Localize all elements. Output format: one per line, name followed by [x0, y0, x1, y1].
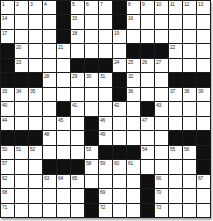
clue-number: 43: [156, 102, 161, 108]
clue-number: 28: [44, 73, 49, 79]
cell-r15c5[interactable]: [57, 204, 70, 217]
cell-r9c10[interactable]: [127, 117, 140, 130]
clue-number: 25: [128, 59, 133, 65]
blocked-cell: [141, 102, 154, 115]
cell-r1c10[interactable]: 8: [127, 1, 140, 14]
blocked-cell: [113, 73, 126, 86]
cell-r3c7[interactable]: [85, 30, 98, 43]
cell-r10c9[interactable]: [113, 131, 126, 144]
cell-r5c15[interactable]: [197, 59, 210, 72]
clue-number: 29: [72, 73, 77, 79]
cell-r13c13[interactable]: [169, 175, 182, 188]
cell-r3c10[interactable]: [127, 30, 140, 43]
cell-r14c13[interactable]: [169, 189, 182, 202]
blocked-cell: [113, 146, 126, 159]
clue-number: 48: [44, 131, 49, 137]
cell-r7c11[interactable]: [141, 88, 154, 101]
cell-r6c4[interactable]: 28: [43, 73, 56, 86]
clue-number: 39: [198, 88, 203, 94]
cell-r1c3[interactable]: 3: [29, 1, 42, 14]
blocked-cell: [15, 73, 28, 86]
cell-r5c4[interactable]: [43, 59, 56, 72]
cell-r12c14[interactable]: [183, 160, 196, 173]
cell-r7c14[interactable]: 38: [183, 88, 196, 101]
cell-r4c6[interactable]: [71, 44, 84, 57]
blocked-cell: [57, 30, 70, 43]
blocked-cell: [29, 73, 42, 86]
cell-r7c13[interactable]: 37: [169, 88, 182, 101]
cell-r8c7[interactable]: [85, 102, 98, 115]
cell-r15c14[interactable]: [183, 204, 196, 217]
blocked-cell: [1, 59, 14, 72]
cell-r8c12[interactable]: 43: [155, 102, 168, 115]
blocked-cell: [57, 160, 70, 173]
clue-number: 34: [16, 88, 21, 94]
cell-r2c13[interactable]: [169, 15, 182, 28]
cell-r8c13[interactable]: [169, 102, 182, 115]
clue-number: 11: [170, 1, 175, 7]
clue-number: 62: [2, 175, 7, 181]
blocked-cell: [141, 175, 154, 188]
clue-number: 65: [72, 175, 77, 181]
cell-r9c11[interactable]: 47: [141, 117, 154, 130]
clue-number: 61: [128, 160, 133, 166]
cell-r7c12[interactable]: [155, 88, 168, 101]
cell-r10c11[interactable]: [141, 131, 154, 144]
cell-r2c12[interactable]: [155, 15, 168, 28]
blocked-cell: [155, 44, 168, 57]
clue-number: 32: [128, 73, 133, 79]
cell-r15c13[interactable]: [169, 204, 182, 217]
clue-number: 4: [44, 1, 46, 7]
cell-r12c10[interactable]: 61: [127, 160, 140, 173]
clue-number: 36: [128, 88, 133, 94]
clue-number: 51: [16, 146, 21, 152]
cell-r3c3[interactable]: [29, 30, 42, 43]
cell-r8c4[interactable]: [43, 102, 56, 115]
cell-r6c12[interactable]: [155, 73, 168, 86]
clue-number: 16: [128, 15, 133, 21]
cell-r5c14[interactable]: [183, 59, 196, 72]
clue-number: 10: [156, 1, 161, 7]
cell-r6c10[interactable]: 32: [127, 73, 140, 86]
cell-r1c15[interactable]: 13: [197, 1, 210, 14]
cell-r11c4[interactable]: [43, 146, 56, 159]
blocked-cell: [113, 88, 126, 101]
cell-r7c7[interactable]: [85, 88, 98, 101]
clue-number: 54: [142, 146, 147, 152]
clue-number: 41: [72, 102, 77, 108]
clue-number: 69: [100, 189, 105, 195]
cell-r9c8[interactable]: 46: [99, 117, 112, 130]
cell-r13c15[interactable]: 67: [197, 175, 210, 188]
cell-r8c2[interactable]: [15, 102, 28, 115]
clue-number: 57: [2, 160, 7, 166]
cell-r12c8[interactable]: 59: [99, 160, 112, 173]
cell-r15c12[interactable]: 73: [155, 204, 168, 217]
cell-r8c3[interactable]: [29, 102, 42, 115]
cell-r4c5[interactable]: 21: [57, 44, 70, 57]
cell-r13c5[interactable]: 64: [57, 175, 70, 188]
cell-r11c14[interactable]: 56: [183, 146, 196, 159]
blocked-cell: [141, 44, 154, 57]
blocked-cell: [29, 131, 42, 144]
cell-r1c1[interactable]: 1: [1, 1, 14, 14]
cell-r2c3[interactable]: [29, 15, 42, 28]
cell-r5c10[interactable]: 25: [127, 59, 140, 72]
cell-r12c1[interactable]: 57: [1, 160, 14, 173]
clue-number: 31: [100, 73, 105, 79]
clue-number: 7: [100, 1, 102, 7]
cell-r11c7[interactable]: 53: [85, 146, 98, 159]
clue-number: 33: [2, 88, 7, 94]
cell-r10c8[interactable]: 49: [99, 131, 112, 144]
cell-r10c4[interactable]: 48: [43, 131, 56, 144]
clue-number: 52: [30, 146, 35, 152]
cell-r8c8[interactable]: [99, 102, 112, 115]
blocked-cell: [57, 102, 70, 115]
clue-number: 40: [2, 102, 7, 108]
cell-r7c5[interactable]: [57, 88, 70, 101]
cell-r11c1[interactable]: 50: [1, 146, 14, 159]
cell-r3c9[interactable]: 19: [113, 30, 126, 43]
cell-r15c2[interactable]: [15, 204, 28, 217]
cell-r5c11[interactable]: 26: [141, 59, 154, 72]
blocked-cell: [15, 131, 28, 144]
blocked-cell: [85, 189, 98, 202]
cell-r13c8[interactable]: [99, 175, 112, 188]
cell-r13c4[interactable]: 63: [43, 175, 56, 188]
cell-r1c11[interactable]: 9: [141, 1, 154, 14]
cell-r6c7[interactable]: 30: [85, 73, 98, 86]
cell-r1c6[interactable]: 5: [71, 1, 84, 14]
clue-number: 3: [30, 1, 32, 7]
cell-r14c10[interactable]: [127, 189, 140, 202]
cell-r4c2[interactable]: 20: [15, 44, 28, 57]
blocked-cell: [169, 131, 182, 144]
cell-r3c15[interactable]: [197, 30, 210, 43]
cell-r14c2[interactable]: [15, 189, 28, 202]
blocked-cell: [169, 73, 182, 86]
blocked-cell: [99, 146, 112, 159]
cell-r9c13[interactable]: [169, 117, 182, 130]
cell-r4c8[interactable]: [99, 44, 112, 57]
cell-r7c4[interactable]: [43, 88, 56, 101]
blocked-cell: [113, 15, 126, 28]
cell-r1c13[interactable]: 11: [169, 1, 182, 14]
clue-number: 6: [86, 1, 88, 7]
cell-r3c4[interactable]: [43, 30, 56, 43]
clue-number: 14: [2, 15, 7, 21]
cell-r13c6[interactable]: 65: [71, 175, 84, 188]
cell-r4c4[interactable]: [43, 44, 56, 57]
blocked-cell: [71, 59, 84, 72]
cell-r9c5[interactable]: 45: [57, 117, 70, 130]
clue-number: 45: [58, 117, 63, 123]
cell-r15c10[interactable]: [127, 204, 140, 217]
cell-r3c12[interactable]: [155, 30, 168, 43]
clue-number: 22: [170, 44, 175, 50]
cell-r1c8[interactable]: 7: [99, 1, 112, 14]
cell-r5c13[interactable]: [169, 59, 182, 72]
clue-number: 19: [114, 30, 119, 36]
cell-r8c9[interactable]: 42: [113, 102, 126, 115]
cell-r1c2[interactable]: 2: [15, 1, 28, 14]
blocked-cell: [71, 160, 84, 173]
cell-r1c4[interactable]: 4: [43, 1, 56, 14]
cell-r9c15[interactable]: [197, 117, 210, 130]
clue-number: 53: [86, 146, 91, 152]
cell-r3c6[interactable]: 18: [71, 30, 84, 43]
clue-number: 15: [72, 15, 77, 21]
blocked-cell: [85, 131, 98, 144]
cell-r12c9[interactable]: 60: [113, 160, 126, 173]
clue-number: 1: [2, 1, 4, 7]
cell-r5c2[interactable]: 23: [15, 59, 28, 72]
clue-number: 5: [72, 1, 74, 7]
cell-r4c7[interactable]: [85, 44, 98, 57]
cell-r2c10[interactable]: 16: [127, 15, 140, 28]
cell-r3c1[interactable]: 17: [1, 30, 14, 43]
clue-number: 49: [100, 131, 105, 137]
cell-r14c12[interactable]: 70: [155, 189, 168, 202]
cell-r7c1[interactable]: 33: [1, 88, 14, 101]
clue-number: 8: [128, 1, 130, 7]
cell-r14c6[interactable]: [71, 189, 84, 202]
clue-number: 50: [2, 146, 7, 152]
clue-number: 2: [16, 1, 18, 7]
crossword-board: 1234567891011121314151617181920212223242…: [0, 0, 213, 221]
blocked-cell: [197, 160, 210, 173]
clue-number: 37: [170, 88, 175, 94]
clue-number: 46: [100, 117, 105, 123]
blocked-cell: [85, 59, 98, 72]
cell-r5c5[interactable]: [57, 59, 70, 72]
clue-number: 47: [142, 117, 147, 123]
cell-r11c5[interactable]: [57, 146, 70, 159]
cell-r11c11[interactable]: 54: [141, 146, 154, 159]
clue-number: 70: [156, 189, 161, 195]
clue-number: 12: [184, 1, 189, 7]
cell-r10c6[interactable]: [71, 131, 84, 144]
blocked-cell: [183, 73, 196, 86]
cell-r3c14[interactable]: [183, 30, 196, 43]
cell-r9c1[interactable]: 44: [1, 117, 14, 130]
cell-r12c3[interactable]: [29, 160, 42, 173]
cell-r7c15[interactable]: 39: [197, 88, 210, 101]
cell-r9c12[interactable]: [155, 117, 168, 130]
cell-r3c8[interactable]: [99, 30, 112, 43]
cell-r9c4[interactable]: [43, 117, 56, 130]
cell-r13c10[interactable]: [127, 175, 140, 188]
cell-r6c5[interactable]: [57, 73, 70, 86]
cell-r13c2[interactable]: [15, 175, 28, 188]
clue-number: 35: [30, 88, 35, 94]
cell-r2c2[interactable]: [15, 15, 28, 28]
cell-r5c9[interactable]: 24: [113, 59, 126, 72]
cell-r15c9[interactable]: [113, 204, 126, 217]
blocked-cell: [1, 131, 14, 144]
clue-number: 72: [100, 204, 105, 210]
cell-r4c13[interactable]: 22: [169, 44, 182, 57]
cell-r11c2[interactable]: 51: [15, 146, 28, 159]
cell-r2c8[interactable]: [99, 15, 112, 28]
cell-r10c12[interactable]: [155, 131, 168, 144]
cell-r14c15[interactable]: [197, 189, 210, 202]
clue-number: 26: [142, 59, 147, 65]
cell-r10c5[interactable]: [57, 131, 70, 144]
cell-r12c11[interactable]: [141, 160, 154, 173]
cell-r7c10[interactable]: 36: [127, 88, 140, 101]
cell-r3c2[interactable]: [15, 30, 28, 43]
clue-number: 9: [142, 1, 144, 7]
blocked-cell: [85, 204, 98, 217]
cell-r7c2[interactable]: 34: [15, 88, 28, 101]
cell-r7c8[interactable]: [99, 88, 112, 101]
cell-r14c5[interactable]: [57, 189, 70, 202]
clue-number: 30: [86, 73, 91, 79]
blocked-cell: [85, 117, 98, 130]
clue-number: 59: [100, 160, 105, 166]
blocked-cell: [197, 146, 210, 159]
cell-r8c1[interactable]: 40: [1, 102, 14, 115]
cell-r13c14[interactable]: [183, 175, 196, 188]
cell-r9c6[interactable]: [71, 117, 84, 130]
cell-r8c15[interactable]: [197, 102, 210, 115]
clue-number: 66: [156, 175, 161, 181]
cell-r1c12[interactable]: 10: [155, 1, 168, 14]
blocked-cell: [1, 73, 14, 86]
cell-r4c9[interactable]: [113, 44, 126, 57]
cell-r8c10[interactable]: [127, 102, 140, 115]
cell-r12c13[interactable]: [169, 160, 182, 173]
clue-number: 20: [16, 44, 21, 50]
cell-r2c11[interactable]: [141, 15, 154, 28]
cell-r15c15[interactable]: [197, 204, 210, 217]
clue-number: 38: [184, 88, 189, 94]
cell-r12c2[interactable]: [15, 160, 28, 173]
blocked-cell: [99, 59, 112, 72]
cell-r14c3[interactable]: [29, 189, 42, 202]
cell-r4c14[interactable]: [183, 44, 196, 57]
clue-number: 64: [58, 175, 63, 181]
clue-number: 17: [2, 30, 7, 36]
clue-number: 18: [72, 30, 77, 36]
cell-r3c13[interactable]: [169, 30, 182, 43]
cell-r9c2[interactable]: [15, 117, 28, 130]
crossword-grid: 1234567891011121314151617181920212223242…: [0, 0, 211, 218]
cell-r15c4[interactable]: [43, 204, 56, 217]
cell-r14c1[interactable]: 68: [1, 189, 14, 202]
cell-r6c8[interactable]: 31: [99, 73, 112, 86]
blocked-cell: [141, 189, 154, 202]
cell-r8c14[interactable]: [183, 102, 196, 115]
cell-r9c3[interactable]: [29, 117, 42, 130]
clue-number: 67: [198, 175, 203, 181]
cell-r12c7[interactable]: 58: [85, 160, 98, 173]
cell-r2c15[interactable]: [197, 15, 210, 28]
blocked-cell: [141, 204, 154, 217]
cell-r13c1[interactable]: 62: [1, 175, 14, 188]
cell-r11c6[interactable]: [71, 146, 84, 159]
clue-number: 68: [2, 189, 7, 195]
clue-number: 13: [198, 1, 203, 7]
blocked-cell: [197, 131, 210, 144]
cell-r14c9[interactable]: [113, 189, 126, 202]
clue-number: 73: [156, 204, 161, 210]
blocked-cell: [183, 131, 196, 144]
cell-r14c14[interactable]: [183, 189, 196, 202]
blocked-cell: [57, 1, 70, 14]
cell-r8c6[interactable]: 41: [71, 102, 84, 115]
clue-number: 24: [114, 59, 119, 65]
blocked-cell: [57, 15, 70, 28]
cell-r15c3[interactable]: [29, 204, 42, 217]
cell-r1c7[interactable]: 6: [85, 1, 98, 14]
cell-r15c6[interactable]: [71, 204, 84, 217]
cell-r9c9[interactable]: [113, 117, 126, 130]
blocked-cell: [43, 160, 56, 173]
cell-r6c11[interactable]: [141, 73, 154, 86]
cell-r13c7[interactable]: [85, 175, 98, 188]
cell-r11c12[interactable]: [155, 146, 168, 159]
blocked-cell: [127, 146, 140, 159]
blocked-cell: [113, 1, 126, 14]
cell-r10c10[interactable]: [127, 131, 140, 144]
cell-r4c3[interactable]: [29, 44, 42, 57]
cell-r2c7[interactable]: [85, 15, 98, 28]
clue-number: 63: [44, 175, 49, 181]
clue-number: 23: [16, 59, 21, 65]
cell-r15c8[interactable]: 72: [99, 204, 112, 217]
cell-r9c14[interactable]: [183, 117, 196, 130]
cell-r3c11[interactable]: [141, 30, 154, 43]
clue-number: 44: [2, 117, 7, 123]
clue-number: 21: [58, 44, 63, 50]
cell-r14c4[interactable]: [43, 189, 56, 202]
cell-r5c3[interactable]: [29, 59, 42, 72]
cell-r13c12[interactable]: 66: [155, 175, 168, 188]
cell-r7c3[interactable]: 35: [29, 88, 42, 101]
cell-r6c6[interactable]: 29: [71, 73, 84, 86]
blocked-cell: [1, 44, 14, 57]
cell-r5c12[interactable]: 27: [155, 59, 168, 72]
cell-r15c1[interactable]: 71: [1, 204, 14, 217]
cell-r13c3[interactable]: [29, 175, 42, 188]
blocked-cell: [197, 73, 210, 86]
cell-r12c12[interactable]: [155, 160, 168, 173]
cell-r11c13[interactable]: 55: [169, 146, 182, 159]
clue-number: 27: [156, 59, 161, 65]
cell-r1c14[interactable]: 12: [183, 1, 196, 14]
cell-r2c4[interactable]: [43, 15, 56, 28]
clue-number: 60: [114, 160, 119, 166]
cell-r2c14[interactable]: [183, 15, 196, 28]
cell-r13c9[interactable]: [113, 175, 126, 188]
clue-number: 56: [184, 146, 189, 152]
cell-r4c15[interactable]: [197, 44, 210, 57]
cell-r14c8[interactable]: 69: [99, 189, 112, 202]
clue-number: 42: [114, 102, 119, 108]
cell-r2c6[interactable]: 15: [71, 15, 84, 28]
cell-r2c1[interactable]: 14: [1, 15, 14, 28]
clue-number: 58: [86, 160, 91, 166]
clue-number: 55: [170, 146, 175, 152]
cell-r7c6[interactable]: [71, 88, 84, 101]
cell-r11c3[interactable]: 52: [29, 146, 42, 159]
clue-number: 71: [2, 204, 7, 210]
blocked-cell: [127, 44, 140, 57]
